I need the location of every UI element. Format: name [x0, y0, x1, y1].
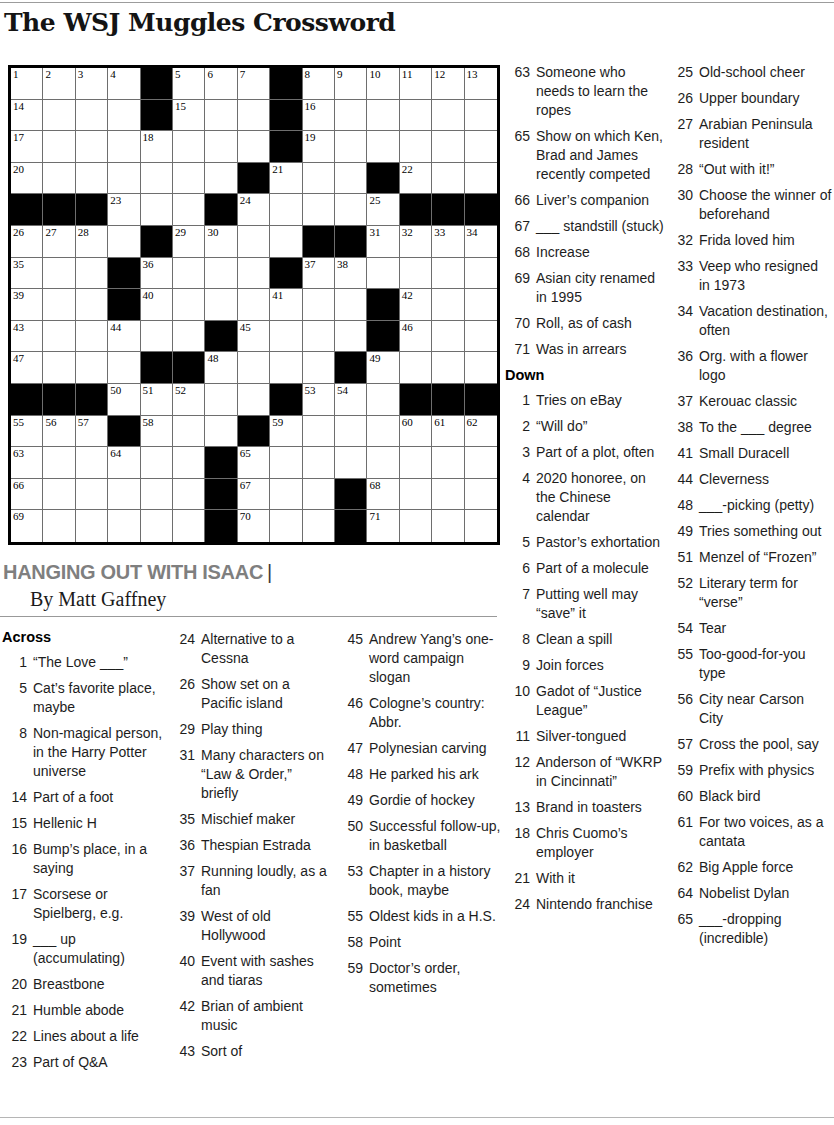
grid-cell[interactable]: 54 [335, 384, 367, 416]
grid-cell[interactable] [76, 258, 108, 290]
grid-cell[interactable]: 18 [141, 131, 173, 163]
grid-cell-black [141, 100, 173, 132]
clue-item: 70Roll, as of cash [505, 314, 667, 333]
grid-cell[interactable] [400, 479, 432, 511]
clue-text: Gadot of “Justice League” [536, 682, 667, 720]
grid-cell[interactable]: 21 [270, 163, 302, 195]
grid-cell[interactable] [238, 258, 270, 290]
grid-cell[interactable] [270, 479, 302, 511]
cell-number: 23 [110, 194, 121, 206]
grid-cell[interactable]: 16 [303, 100, 335, 132]
grid-cell[interactable] [108, 226, 140, 258]
clue-number: 49 [668, 522, 693, 541]
grid-cell[interactable]: 40 [141, 289, 173, 321]
grid-cell[interactable]: 45 [238, 321, 270, 353]
clue-item: 34Vacation destination, often [668, 302, 832, 340]
clue-text: Increase [536, 243, 667, 262]
grid-cell[interactable] [303, 416, 335, 448]
grid-cell[interactable] [238, 384, 270, 416]
grid-cell[interactable] [303, 289, 335, 321]
grid-cell[interactable] [76, 163, 108, 195]
grid-cell[interactable]: 7 [238, 68, 270, 100]
grid-cell-black [141, 226, 173, 258]
grid-cell[interactable] [367, 258, 399, 290]
cell-number: 32 [402, 226, 413, 238]
grid-cell[interactable] [367, 131, 399, 163]
cell-number: 21 [272, 163, 283, 175]
grid-cell[interactable]: 59 [270, 416, 302, 448]
grid-cell[interactable] [43, 100, 75, 132]
grid-cell[interactable] [270, 447, 302, 479]
clue-text: Brand in toasters [536, 798, 667, 817]
grid-cell[interactable] [303, 163, 335, 195]
grid-cell[interactable] [173, 510, 205, 542]
grid-cell[interactable] [270, 226, 302, 258]
clue-text: Part of a foot [33, 788, 164, 807]
clue-item: 19___ up (accumulating) [2, 930, 164, 968]
grid-cell[interactable]: 63 [11, 447, 43, 479]
grid-cell[interactable] [76, 321, 108, 353]
grid-cell[interactable] [465, 100, 497, 132]
grid-cell[interactable]: 4 [108, 68, 140, 100]
grid-cell[interactable] [43, 163, 75, 195]
grid-cell[interactable] [108, 510, 140, 542]
grid-cell[interactable] [205, 384, 237, 416]
grid-cell[interactable]: 49 [367, 352, 399, 384]
grid-cell[interactable]: 17 [11, 131, 43, 163]
grid-cell[interactable] [205, 289, 237, 321]
grid-cell[interactable] [173, 416, 205, 448]
grid-cell[interactable]: 20 [11, 163, 43, 195]
grid-cell[interactable] [432, 510, 464, 542]
grid-cell[interactable]: 42 [400, 289, 432, 321]
cell-number: 52 [175, 384, 186, 396]
grid-cell[interactable]: 8 [303, 68, 335, 100]
grid-cell[interactable] [400, 447, 432, 479]
grid-cell[interactable] [400, 510, 432, 542]
grid-cell[interactable]: 15 [173, 100, 205, 132]
clue-item: 62Big Apple force [668, 858, 832, 877]
clue-number: 17 [2, 885, 27, 923]
grid-cell[interactable] [43, 258, 75, 290]
grid-cell[interactable] [303, 352, 335, 384]
grid-cell[interactable] [108, 352, 140, 384]
grid-cell[interactable] [432, 163, 464, 195]
grid-cell[interactable] [465, 321, 497, 353]
clue-text: Veep who resigned in 1973 [699, 257, 832, 295]
grid-cell[interactable] [303, 479, 335, 511]
grid-cell[interactable] [43, 289, 75, 321]
grid-cell[interactable]: 58 [141, 416, 173, 448]
cell-number: 12 [434, 68, 445, 80]
cell-number: 47 [13, 352, 24, 364]
clue-item: 43Sort of [170, 1042, 333, 1061]
grid-cell[interactable] [173, 479, 205, 511]
cell-number: 56 [45, 416, 56, 428]
clue-text: Putting well may “save” it [536, 585, 667, 623]
grid-cell-black [400, 384, 432, 416]
grid-cell[interactable] [367, 416, 399, 448]
grid-cell[interactable] [270, 510, 302, 542]
clue-item: 30Choose the winner of beforehand [668, 186, 832, 224]
grid-cell[interactable] [141, 321, 173, 353]
grid-cell[interactable] [400, 258, 432, 290]
clue-number: 55 [338, 907, 363, 926]
grid-cell[interactable] [141, 163, 173, 195]
clue-text: ___ standstill (stuck) [536, 217, 667, 236]
grid-cell[interactable] [108, 163, 140, 195]
clue-item: 37Kerouac classic [668, 392, 832, 411]
grid-cell[interactable]: 47 [11, 352, 43, 384]
clue-text: Event with sashes and tiaras [201, 952, 333, 990]
clue-text: Arabian Peninsula resident [699, 115, 832, 153]
grid-cell[interactable] [432, 131, 464, 163]
grid-cell[interactable] [205, 416, 237, 448]
grid-cell[interactable] [465, 163, 497, 195]
clue-item: 44Cleverness [668, 470, 832, 489]
grid-cell[interactable] [432, 289, 464, 321]
grid-cell[interactable]: 68 [367, 479, 399, 511]
grid-cell[interactable] [465, 510, 497, 542]
cell-number: 9 [337, 68, 343, 80]
grid-cell[interactable] [465, 258, 497, 290]
clue-item: 36Org. with a flower logo [668, 347, 832, 385]
grid-cell-black [367, 321, 399, 353]
grid-cell[interactable]: 51 [141, 384, 173, 416]
clue-number: 5 [505, 533, 530, 552]
cell-number: 70 [240, 510, 251, 522]
clue-number: 49 [338, 791, 363, 810]
clue-item: 25Old-school cheer [668, 63, 832, 82]
clue-item: 46Cologne’s country: Abbr. [338, 694, 501, 732]
grid-cell[interactable] [335, 289, 367, 321]
grid-cell[interactable] [238, 352, 270, 384]
grid-cell[interactable]: 43 [11, 321, 43, 353]
clue-text: Successful follow-up, in basketball [369, 817, 501, 855]
grid-cell[interactable]: 32 [400, 226, 432, 258]
clue-text: Oldest kids in a H.S. [369, 907, 501, 926]
grid-cell[interactable] [367, 447, 399, 479]
grid-cell[interactable]: 57 [76, 416, 108, 448]
clue-number: 39 [170, 907, 195, 945]
clue-text: Many characters on “Law & Order,” briefl… [201, 746, 333, 803]
grid-cell[interactable]: 34 [465, 226, 497, 258]
clue-number: 18 [505, 824, 530, 862]
grid-cell[interactable] [335, 163, 367, 195]
grid-cell[interactable] [303, 321, 335, 353]
clue-text: Frida loved him [699, 231, 832, 250]
grid-cell[interactable] [43, 479, 75, 511]
grid-cell[interactable] [76, 131, 108, 163]
grid-cell[interactable] [76, 510, 108, 542]
grid-cell[interactable] [270, 321, 302, 353]
grid-cell[interactable] [270, 194, 302, 226]
grid-cell[interactable]: 2 [43, 68, 75, 100]
grid-cell[interactable] [173, 258, 205, 290]
grid-cell[interactable]: 55 [11, 416, 43, 448]
grid-cell[interactable] [432, 447, 464, 479]
grid-cell[interactable] [43, 510, 75, 542]
cell-number: 5 [175, 68, 181, 80]
clue-item: 39West of old Hollywood [170, 907, 333, 945]
grid-cell[interactable]: 60 [400, 416, 432, 448]
grid-cell[interactable] [108, 100, 140, 132]
grid-cell[interactable]: 19 [303, 131, 335, 163]
grid-cell[interactable] [303, 510, 335, 542]
grid-cell[interactable]: 11 [400, 68, 432, 100]
grid-cell[interactable]: 67 [238, 479, 270, 511]
grid-cell[interactable] [173, 131, 205, 163]
grid-cell[interactable] [43, 447, 75, 479]
grid-cell[interactable] [400, 100, 432, 132]
cell-number: 59 [272, 416, 283, 428]
clue-text: Part of a plot, often [536, 443, 667, 462]
clue-number: 51 [668, 548, 693, 567]
grid-cell[interactable] [432, 352, 464, 384]
cell-number: 34 [467, 226, 478, 238]
grid-cell[interactable]: 36 [141, 258, 173, 290]
grid-cell[interactable] [432, 258, 464, 290]
grid-cell[interactable] [465, 447, 497, 479]
grid-cell[interactable] [238, 289, 270, 321]
grid-cell[interactable] [141, 447, 173, 479]
grid-cell-black [173, 352, 205, 384]
grid-cell[interactable] [465, 352, 497, 384]
grid-cell[interactable] [205, 131, 237, 163]
grid-cell[interactable]: 27 [43, 226, 75, 258]
clue-number: 13 [505, 798, 530, 817]
clue-number: 40 [170, 952, 195, 990]
grid-cell[interactable]: 30 [205, 226, 237, 258]
cell-number: 10 [369, 68, 380, 80]
clue-item: 48He parked his ark [338, 765, 501, 784]
grid-cell[interactable] [205, 258, 237, 290]
grid-cell[interactable] [76, 479, 108, 511]
clue-item: 59Doctor’s order, sometimes [338, 959, 501, 997]
clue-number: 41 [668, 444, 693, 463]
grid-cell[interactable] [173, 163, 205, 195]
grid-cell[interactable]: 24 [238, 194, 270, 226]
clue-item: 1“The Love ___” [2, 653, 164, 672]
clue-number: 8 [505, 630, 530, 649]
grid-cell[interactable]: 5 [173, 68, 205, 100]
grid-cell[interactable]: 66 [11, 479, 43, 511]
grid-cell[interactable] [335, 447, 367, 479]
grid-cell-black [205, 479, 237, 511]
grid-cell[interactable] [141, 479, 173, 511]
grid-cell[interactable] [173, 447, 205, 479]
clue-item: 60Black bird [668, 787, 832, 806]
clue-text: Running loudly, as a fan [201, 862, 333, 900]
grid-cell[interactable] [432, 479, 464, 511]
cell-number: 31 [369, 226, 380, 238]
cell-number: 44 [110, 321, 121, 333]
grid-cell[interactable] [303, 447, 335, 479]
clue-number: 26 [170, 675, 195, 713]
clue-item: 14Part of a foot [2, 788, 164, 807]
clue-item: 29Play thing [170, 720, 333, 739]
grid-cell[interactable]: 62 [465, 416, 497, 448]
grid-cell[interactable]: 61 [432, 416, 464, 448]
grid-cell[interactable] [465, 479, 497, 511]
grid-cell-black [367, 163, 399, 195]
clue-column-right-1: 63Someone who needs to learn the ropes65… [505, 63, 667, 921]
grid-cell[interactable] [76, 100, 108, 132]
grid-cell[interactable]: 64 [108, 447, 140, 479]
grid-cell[interactable]: 22 [400, 163, 432, 195]
clue-item: 38To the ___ degree [668, 418, 832, 437]
grid-cell[interactable]: 46 [400, 321, 432, 353]
clue-item: 10Gadot of “Justice League” [505, 682, 667, 720]
grid-cell[interactable] [173, 321, 205, 353]
grid-cell[interactable]: 37 [303, 258, 335, 290]
grid-cell[interactable] [400, 352, 432, 384]
cell-number: 50 [110, 384, 121, 396]
grid-cell[interactable]: 71 [367, 510, 399, 542]
cell-number: 36 [143, 258, 154, 270]
grid-cell[interactable]: 12 [432, 68, 464, 100]
grid-cell[interactable]: 50 [108, 384, 140, 416]
clue-item: 41Small Duracell [668, 444, 832, 463]
grid-cell[interactable] [76, 447, 108, 479]
clue-item: 5Cat’s favorite place, maybe [2, 679, 164, 717]
grid-cell[interactable] [108, 131, 140, 163]
grid-cell[interactable] [141, 510, 173, 542]
grid-cell[interactable]: 41 [270, 289, 302, 321]
cell-number: 48 [207, 352, 218, 364]
page-title: The WSJ Muggles Crossword [4, 8, 395, 37]
grid-cell[interactable] [367, 384, 399, 416]
cell-number: 68 [369, 479, 380, 491]
clue-item: 36Thespian Estrada [170, 836, 333, 855]
across-clue-column-2: 24Alternative to a Cessna26Show set on a… [170, 630, 333, 1068]
grid-cell[interactable]: 65 [238, 447, 270, 479]
grid-cell[interactable] [43, 352, 75, 384]
grid-cell[interactable]: 48 [205, 352, 237, 384]
grid-cell[interactable] [238, 100, 270, 132]
grid-cell[interactable] [335, 416, 367, 448]
clue-number: 26 [668, 89, 693, 108]
grid-cell[interactable] [270, 352, 302, 384]
clue-item: 49Tries something out [668, 522, 832, 541]
clue-number: 31 [170, 746, 195, 803]
clue-number: 69 [505, 269, 530, 307]
grid-cell[interactable]: 28 [76, 226, 108, 258]
clue-item: 69Asian city renamed in 1995 [505, 269, 667, 307]
grid-cell[interactable] [173, 194, 205, 226]
grid-cell[interactable] [43, 131, 75, 163]
grid-cell[interactable]: 13 [465, 68, 497, 100]
grid-cell[interactable]: 39 [11, 289, 43, 321]
grid-cell[interactable] [141, 194, 173, 226]
grid-cell[interactable] [76, 289, 108, 321]
grid-cell-black [465, 194, 497, 226]
grid-cell-black [400, 194, 432, 226]
cell-number: 37 [305, 258, 316, 270]
grid-cell[interactable] [465, 289, 497, 321]
cell-number: 38 [337, 258, 348, 270]
grid-cell[interactable]: 35 [11, 258, 43, 290]
clue-text: Doctor’s order, sometimes [369, 959, 501, 997]
clue-item: 8Non-magical person, in the Harry Potter… [2, 724, 164, 781]
grid-cell[interactable]: 69 [11, 510, 43, 542]
clue-item: 65___-dropping (incredible) [668, 910, 832, 948]
grid-cell[interactable] [303, 194, 335, 226]
cell-number: 20 [13, 163, 24, 175]
grid-cell[interactable]: 14 [11, 100, 43, 132]
grid-cell[interactable]: 9 [335, 68, 367, 100]
clue-text: Too-good-for-you type [699, 645, 832, 683]
grid-cell[interactable] [335, 131, 367, 163]
clue-text: Brian of ambient music [201, 997, 333, 1035]
clue-text: Clean a spill [536, 630, 667, 649]
clue-number: 38 [668, 418, 693, 437]
grid-cell[interactable]: 53 [303, 384, 335, 416]
grid-cell[interactable]: 26 [11, 226, 43, 258]
grid-cell[interactable] [205, 163, 237, 195]
grid-cell[interactable]: 52 [173, 384, 205, 416]
grid-cell[interactable]: 6 [205, 68, 237, 100]
grid-cell[interactable] [238, 131, 270, 163]
clue-text: Humble abode [33, 1001, 164, 1020]
clue-number: 20 [2, 975, 27, 994]
grid-cell-black [205, 321, 237, 353]
grid-cell[interactable] [432, 321, 464, 353]
clue-item: 52Literary term for “verse” [668, 574, 832, 612]
grid-cell[interactable] [400, 131, 432, 163]
grid-cell[interactable]: 31 [367, 226, 399, 258]
clue-number: 28 [668, 160, 693, 179]
grid-cell[interactable]: 23 [108, 194, 140, 226]
grid-cell[interactable]: 38 [335, 258, 367, 290]
grid-cell[interactable]: 10 [367, 68, 399, 100]
grid-cell[interactable]: 29 [173, 226, 205, 258]
grid-cell[interactable]: 3 [76, 68, 108, 100]
grid-cell[interactable]: 25 [367, 194, 399, 226]
clue-number: 55 [668, 645, 693, 683]
clue-text: Part of a molecule [536, 559, 667, 578]
grid-cell[interactable] [173, 289, 205, 321]
grid-cell[interactable]: 44 [108, 321, 140, 353]
grid-cell[interactable] [335, 194, 367, 226]
clue-text: Non-magical person, in the Harry Potter … [33, 724, 164, 781]
grid-cell[interactable] [367, 100, 399, 132]
grid-cell[interactable] [43, 321, 75, 353]
clue-number: 1 [2, 653, 27, 672]
grid-cell[interactable]: 56 [43, 416, 75, 448]
grid-cell[interactable]: 70 [238, 510, 270, 542]
grid-cell[interactable]: 1 [11, 68, 43, 100]
clue-number: 8 [2, 724, 27, 781]
clue-number: 63 [505, 63, 530, 120]
clue-number: 15 [2, 814, 27, 833]
clue-number: 48 [338, 765, 363, 784]
grid-cell-black [108, 289, 140, 321]
cell-number: 19 [305, 131, 316, 143]
grid-cell[interactable] [238, 226, 270, 258]
grid-cell[interactable] [335, 321, 367, 353]
grid-cell[interactable]: 33 [432, 226, 464, 258]
grid-cell[interactable] [205, 100, 237, 132]
grid-cell[interactable] [465, 131, 497, 163]
clue-item: 58Point [338, 933, 501, 952]
grid-cell[interactable] [335, 100, 367, 132]
grid-cell[interactable] [432, 100, 464, 132]
clue-text: Lines about a life [33, 1027, 164, 1046]
grid-cell[interactable] [108, 479, 140, 511]
grid-cell[interactable] [76, 352, 108, 384]
grid-cell-black [11, 194, 43, 226]
